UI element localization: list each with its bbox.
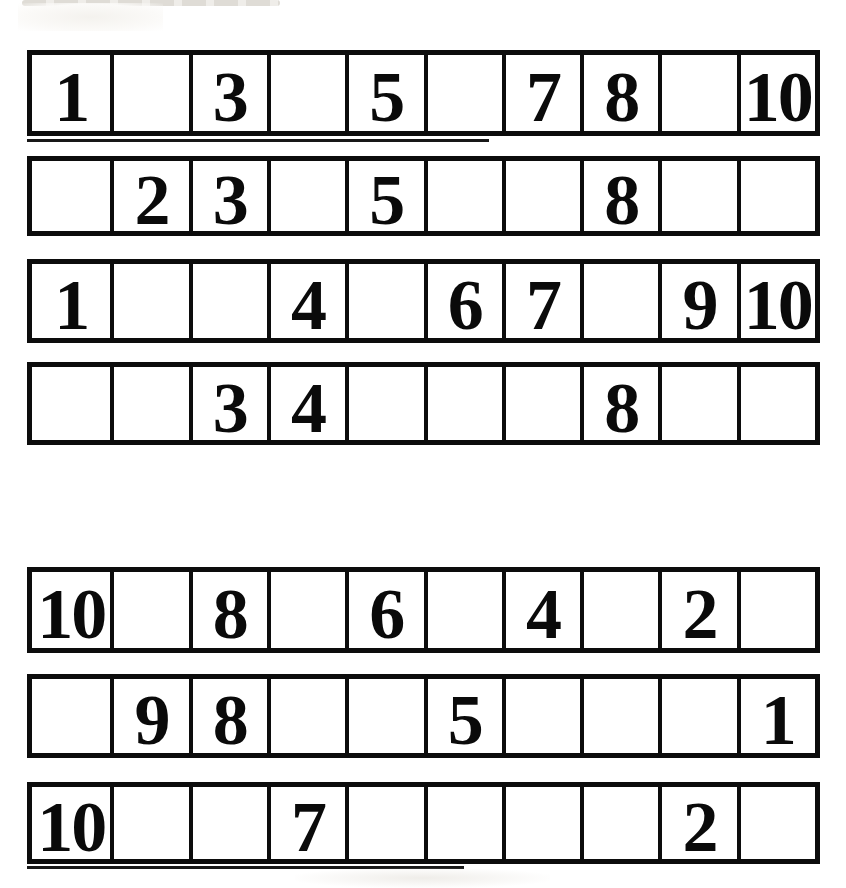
cell-r4c9[interactable]	[658, 367, 736, 440]
cell-r2c4[interactable]	[267, 161, 345, 231]
cell-r5c5: 6	[345, 572, 423, 648]
cell-r5c1: 10	[32, 572, 110, 648]
cell-r3c4: 4	[267, 264, 345, 338]
cell-r1c5: 5	[345, 55, 423, 131]
cell-r4c6[interactable]	[424, 367, 502, 440]
cell-r4c2[interactable]	[110, 367, 188, 440]
number-strip-7: 10 7 2	[27, 782, 820, 864]
cell-r6c2: 9	[110, 679, 188, 753]
number-strip-6: 9 8 5 1	[27, 674, 820, 758]
number-strip-1: 1 3 5 7 8 10	[27, 50, 820, 136]
cell-r7c5[interactable]	[345, 787, 423, 859]
cell-r4c5[interactable]	[345, 367, 423, 440]
cell-r1c1: 1	[32, 55, 110, 131]
cell-r7c9: 2	[658, 787, 736, 859]
cell-r3c5[interactable]	[345, 264, 423, 338]
cell-r6c6: 5	[424, 679, 502, 753]
scan-artifact-top-blob	[18, 3, 163, 31]
cell-r4c8: 8	[580, 367, 658, 440]
cell-r3c10: 10	[737, 264, 815, 338]
cell-r2c5: 5	[345, 161, 423, 231]
cell-r5c9: 2	[658, 572, 736, 648]
cell-r4c7[interactable]	[502, 367, 580, 440]
number-strip-3: 1 4 6 7 9 10	[27, 259, 820, 343]
cell-r7c8[interactable]	[580, 787, 658, 859]
cell-r2c10[interactable]	[737, 161, 815, 231]
cell-r3c8[interactable]	[580, 264, 658, 338]
cell-r2c9[interactable]	[658, 161, 736, 231]
scan-artifact-bottom-smudge	[295, 868, 550, 888]
cell-r2c1[interactable]	[32, 161, 110, 231]
cell-r1c6[interactable]	[424, 55, 502, 131]
cell-r6c5[interactable]	[345, 679, 423, 753]
cell-r1c7: 7	[502, 55, 580, 131]
cell-r5c4[interactable]	[267, 572, 345, 648]
cell-r1c9[interactable]	[658, 55, 736, 131]
cell-r3c9: 9	[658, 264, 736, 338]
cell-r1c4[interactable]	[267, 55, 345, 131]
cell-r3c3[interactable]	[189, 264, 267, 338]
cell-r1c8: 8	[580, 55, 658, 131]
cell-r3c1: 1	[32, 264, 110, 338]
cell-r3c6: 6	[424, 264, 502, 338]
cell-r2c3: 3	[189, 161, 267, 231]
cell-r7c4: 7	[267, 787, 345, 859]
cell-r6c3: 8	[189, 679, 267, 753]
cell-r1c10: 10	[737, 55, 815, 131]
cell-r5c2[interactable]	[110, 572, 188, 648]
cell-r6c7[interactable]	[502, 679, 580, 753]
cell-r7c6[interactable]	[424, 787, 502, 859]
cell-r5c3: 8	[189, 572, 267, 648]
cell-r5c8[interactable]	[580, 572, 658, 648]
cell-r7c2[interactable]	[110, 787, 188, 859]
cell-r3c7: 7	[502, 264, 580, 338]
number-strip-5: 10 8 6 4 2	[27, 567, 820, 653]
cell-r7c1: 10	[32, 787, 110, 859]
cell-r2c7[interactable]	[502, 161, 580, 231]
number-strip-2: 2 3 5 8	[27, 156, 820, 236]
cell-r5c10[interactable]	[737, 572, 815, 648]
cell-r4c10[interactable]	[737, 367, 815, 440]
cell-r4c1[interactable]	[32, 367, 110, 440]
cell-r1c3: 3	[189, 55, 267, 131]
cell-r6c10: 1	[737, 679, 815, 753]
cell-r2c8: 8	[580, 161, 658, 231]
cell-r4c3: 3	[189, 367, 267, 440]
cell-r6c4[interactable]	[267, 679, 345, 753]
cell-r7c7[interactable]	[502, 787, 580, 859]
cell-r3c2[interactable]	[110, 264, 188, 338]
cell-r6c8[interactable]	[580, 679, 658, 753]
cell-r5c6[interactable]	[424, 572, 502, 648]
cell-r4c4: 4	[267, 367, 345, 440]
cell-r2c6[interactable]	[424, 161, 502, 231]
cell-r6c1[interactable]	[32, 679, 110, 753]
scan-artifact-double-line-strip-1	[27, 139, 489, 142]
cell-r2c2: 2	[110, 161, 188, 231]
number-strip-4: 3 4 8	[27, 362, 820, 445]
cell-r7c3[interactable]	[189, 787, 267, 859]
cell-r1c2[interactable]	[110, 55, 188, 131]
cell-r7c10[interactable]	[737, 787, 815, 859]
cell-r5c7: 4	[502, 572, 580, 648]
cell-r6c9[interactable]	[658, 679, 736, 753]
